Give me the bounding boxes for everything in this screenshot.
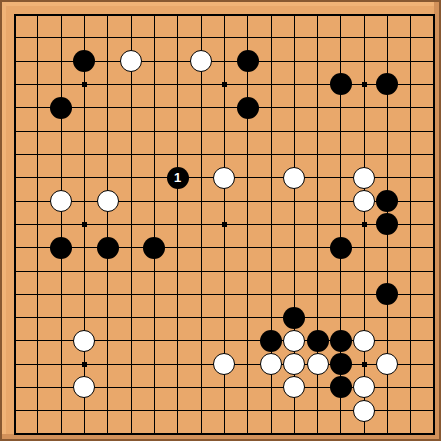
black-stone-move-1: 1 xyxy=(167,167,189,189)
white-stone xyxy=(353,400,375,422)
white-stone xyxy=(97,190,119,212)
white-stone xyxy=(307,353,329,375)
white-stone xyxy=(190,50,212,72)
white-stone xyxy=(283,353,305,375)
black-stone xyxy=(97,237,119,259)
black-stone xyxy=(376,213,398,235)
black-stone xyxy=(376,283,398,305)
black-stone xyxy=(330,353,352,375)
black-stone xyxy=(50,97,72,119)
white-stone xyxy=(376,353,398,375)
black-stone xyxy=(73,50,95,72)
white-stone xyxy=(120,50,142,72)
stones-layer: 1 xyxy=(3,3,441,441)
white-stone xyxy=(283,330,305,352)
black-stone xyxy=(50,237,72,259)
white-stone xyxy=(213,167,235,189)
black-stone xyxy=(376,190,398,212)
black-stone xyxy=(143,237,165,259)
black-stone xyxy=(330,73,352,95)
go-board: 1 xyxy=(0,0,441,441)
white-stone xyxy=(283,167,305,189)
white-stone xyxy=(73,330,95,352)
black-stone xyxy=(237,97,259,119)
white-stone xyxy=(353,330,375,352)
black-stone xyxy=(330,376,352,398)
black-stone xyxy=(237,50,259,72)
white-stone xyxy=(213,353,235,375)
black-stone xyxy=(260,330,282,352)
white-stone xyxy=(353,190,375,212)
white-stone xyxy=(73,376,95,398)
white-stone xyxy=(283,376,305,398)
black-stone xyxy=(283,307,305,329)
black-stone xyxy=(330,330,352,352)
white-stone xyxy=(260,353,282,375)
white-stone xyxy=(353,376,375,398)
white-stone xyxy=(50,190,72,212)
black-stone xyxy=(307,330,329,352)
white-stone xyxy=(353,167,375,189)
black-stone xyxy=(330,237,352,259)
black-stone xyxy=(376,73,398,95)
